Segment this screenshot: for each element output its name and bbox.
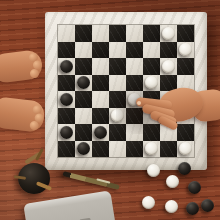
square-r6c3[interactable] bbox=[92, 108, 109, 125]
square-r3c2[interactable] bbox=[75, 58, 92, 75]
checker-white[interactable]: ⛀ bbox=[162, 27, 175, 40]
dried-twig bbox=[35, 148, 44, 161]
captured-checker-black[interactable]: ⛂ bbox=[186, 202, 199, 215]
left-player-fist-top bbox=[0, 49, 44, 84]
square-r1c4[interactable] bbox=[109, 25, 126, 42]
laptop-key bbox=[79, 218, 91, 220]
square-r3c4[interactable] bbox=[109, 58, 126, 75]
square-r2c3[interactable] bbox=[92, 42, 109, 59]
square-r8c2[interactable]: ⛂ bbox=[75, 141, 92, 158]
checker-white[interactable]: ⛀ bbox=[179, 142, 192, 155]
square-r4c2[interactable]: ⛂ bbox=[75, 75, 92, 92]
square-r3c7[interactable]: ⛀ bbox=[160, 58, 177, 75]
square-r2c6[interactable] bbox=[143, 42, 160, 59]
captured-checker-black[interactable]: ⛂ bbox=[201, 199, 214, 212]
knuckle bbox=[29, 121, 39, 131]
checker-white[interactable]: ⛀ bbox=[145, 142, 158, 155]
square-r4c3[interactable] bbox=[92, 75, 109, 92]
captured-checker-black[interactable]: ⛂ bbox=[188, 181, 201, 194]
square-r6c2[interactable] bbox=[75, 108, 92, 125]
table-scene: ⛀⛀⛂⛀⛂⛀⛂⛀⛀⛂⛂⛂⛀⛀ ⛀⛀⛀⛀⛂⛂⛂⛂ bbox=[0, 0, 220, 220]
checker-black[interactable]: ⛂ bbox=[60, 93, 73, 106]
square-r2c2[interactable] bbox=[75, 42, 92, 59]
checker-black[interactable]: ⛂ bbox=[77, 76, 90, 89]
captured-checker-white[interactable]: ⛀ bbox=[166, 175, 179, 188]
checker-white[interactable]: ⛀ bbox=[162, 60, 175, 73]
square-r3c3[interactable] bbox=[92, 58, 109, 75]
square-r8c5[interactable] bbox=[126, 141, 143, 158]
square-r1c7[interactable]: ⛀ bbox=[160, 25, 177, 42]
fingernail bbox=[137, 101, 141, 105]
square-r2c5[interactable] bbox=[126, 42, 143, 59]
checker-black[interactable]: ⛂ bbox=[60, 126, 73, 139]
left-player-fist-bottom bbox=[0, 96, 46, 133]
square-r1c6[interactable] bbox=[143, 25, 160, 42]
square-r2c7[interactable] bbox=[160, 42, 177, 59]
pen-clip bbox=[96, 178, 110, 183]
square-r1c2[interactable] bbox=[75, 25, 92, 42]
square-r2c8[interactable]: ⛀ bbox=[177, 42, 194, 59]
laptop-corner bbox=[23, 190, 116, 220]
square-r4c1[interactable] bbox=[58, 75, 75, 92]
square-r3c1[interactable]: ⛂ bbox=[58, 58, 75, 75]
pen bbox=[62, 171, 119, 190]
square-r8c8[interactable]: ⛀ bbox=[177, 141, 194, 158]
checker-black[interactable]: ⛂ bbox=[60, 60, 73, 73]
square-r8c1[interactable] bbox=[58, 141, 75, 158]
square-r7c2[interactable] bbox=[75, 124, 92, 141]
knuckle bbox=[29, 68, 39, 78]
square-r3c5[interactable] bbox=[126, 58, 143, 75]
checker-white[interactable]: ⛀ bbox=[179, 43, 192, 56]
square-r8c6[interactable]: ⛀ bbox=[143, 141, 160, 158]
square-r8c4[interactable] bbox=[109, 141, 126, 158]
captured-checker-white[interactable]: ⛀ bbox=[165, 200, 178, 213]
checker-black[interactable]: ⛂ bbox=[77, 142, 90, 155]
square-r5c3[interactable] bbox=[92, 91, 109, 108]
square-r2c1[interactable] bbox=[58, 42, 75, 59]
square-r1c1[interactable] bbox=[58, 25, 75, 42]
square-r1c8[interactable] bbox=[177, 25, 194, 42]
square-r6c1[interactable] bbox=[58, 108, 75, 125]
square-r8c3[interactable] bbox=[92, 141, 109, 158]
square-r5c1[interactable]: ⛂ bbox=[58, 91, 75, 108]
square-r3c6[interactable] bbox=[143, 58, 160, 75]
captured-checker-black[interactable]: ⛂ bbox=[178, 162, 191, 175]
checker-black[interactable]: ⛂ bbox=[94, 126, 107, 139]
square-r2c4[interactable] bbox=[109, 42, 126, 59]
captured-checker-white[interactable]: ⛀ bbox=[147, 164, 160, 177]
square-r7c1[interactable]: ⛂ bbox=[58, 124, 75, 141]
dried-twig bbox=[14, 175, 26, 180]
captured-checker-white[interactable]: ⛀ bbox=[142, 196, 155, 209]
square-r1c3[interactable] bbox=[92, 25, 109, 42]
square-r8c7[interactable] bbox=[160, 141, 177, 158]
square-r1c5[interactable] bbox=[126, 25, 143, 42]
square-r3c8[interactable] bbox=[177, 58, 194, 75]
square-r7c3[interactable]: ⛂ bbox=[92, 124, 109, 141]
square-r5c2[interactable] bbox=[75, 91, 92, 108]
